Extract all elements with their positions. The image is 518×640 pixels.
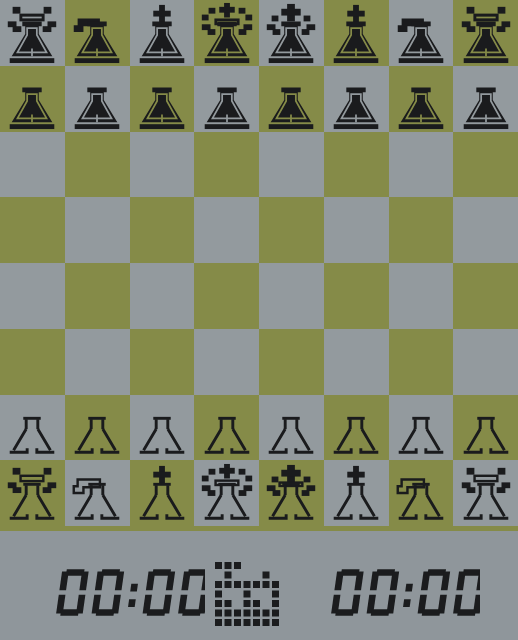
seven-segment-display [55, 567, 205, 618]
white-pawn-piece[interactable]: .f{fill:#1a1b1d;}.o{stroke:#1a1b1d;strok… [260, 397, 322, 459]
square-c7[interactable]: .f{fill:#1a1b1d;}.o{stroke:#1a1b1d;strok… [130, 66, 195, 132]
square-c2[interactable]: .f{fill:#1a1b1d;}.o{stroke:#1a1b1d;strok… [130, 395, 195, 461]
square-h7[interactable]: .f{fill:#1a1b1d;}.o{stroke:#1a1b1d;strok… [453, 66, 518, 132]
clock-panel [0, 531, 518, 640]
square-g3[interactable] [389, 329, 454, 395]
black-bishop-piece[interactable]: .f{fill:#1a1b1d;}.o{stroke:#1a1b1d;strok… [325, 2, 387, 64]
square-c4[interactable] [130, 263, 195, 329]
square-d8[interactable]: .f{fill:#1a1b1d;}.o{stroke:#1a1b1d;strok… [194, 0, 259, 66]
square-e2[interactable]: .f{fill:#1a1b1d;}.o{stroke:#1a1b1d;strok… [259, 395, 324, 461]
square-b3[interactable] [65, 329, 130, 395]
right-clock [330, 567, 480, 618]
black-knight-piece[interactable]: .f{fill:#1a1b1d;}.o{stroke:#1a1b1d;strok… [390, 2, 452, 64]
chess-board: .f{fill:#1a1b1d;}.o{stroke:#1a1b1d;strok… [0, 0, 518, 526]
square-f5[interactable] [324, 197, 389, 263]
square-g4[interactable] [389, 263, 454, 329]
square-e6[interactable] [259, 132, 324, 198]
white-pawn-piece[interactable]: .f{fill:#1a1b1d;}.o{stroke:#1a1b1d;strok… [131, 397, 193, 459]
square-a4[interactable] [0, 263, 65, 329]
square-b7[interactable]: .f{fill:#1a1b1d;}.o{stroke:#1a1b1d;strok… [65, 66, 130, 132]
square-c8[interactable]: .f{fill:#1a1b1d;}.o{stroke:#1a1b1d;strok… [130, 0, 195, 66]
square-d5[interactable] [194, 197, 259, 263]
white-pawn-piece[interactable]: .f{fill:#1a1b1d;}.o{stroke:#1a1b1d;strok… [66, 397, 128, 459]
square-h3[interactable] [453, 329, 518, 395]
black-pawn-piece[interactable]: .f{fill:#1a1b1d;}.o{stroke:#1a1b1d;strok… [455, 68, 517, 130]
black-pawn-piece[interactable]: .f{fill:#1a1b1d;}.o{stroke:#1a1b1d;strok… [260, 68, 322, 130]
white-pawn-piece[interactable]: .f{fill:#1a1b1d;}.o{stroke:#1a1b1d;strok… [455, 397, 517, 459]
square-e1[interactable]: .f{fill:#1a1b1d;}.o{stroke:#1a1b1d;strok… [259, 460, 324, 526]
square-c1[interactable]: .f{fill:#1a1b1d;}.o{stroke:#1a1b1d;strok… [130, 460, 195, 526]
square-f6[interactable] [324, 132, 389, 198]
black-pawn-piece[interactable]: .f{fill:#1a1b1d;}.o{stroke:#1a1b1d;strok… [1, 68, 63, 130]
square-a5[interactable] [0, 197, 65, 263]
square-e3[interactable] [259, 329, 324, 395]
square-h5[interactable] [453, 197, 518, 263]
white-bishop-piece[interactable]: .f{fill:#1a1b1d;}.o{stroke:#1a1b1d;strok… [131, 463, 193, 525]
square-g2[interactable]: .f{fill:#1a1b1d;}.o{stroke:#1a1b1d;strok… [389, 395, 454, 461]
square-a6[interactable] [0, 132, 65, 198]
white-pawn-piece[interactable]: .f{fill:#1a1b1d;}.o{stroke:#1a1b1d;strok… [196, 397, 258, 459]
square-g1[interactable]: .f{fill:#1a1b1d;}.o{stroke:#1a1b1d;strok… [389, 460, 454, 526]
black-knight-piece[interactable]: .f{fill:#1a1b1d;}.o{stroke:#1a1b1d;strok… [66, 2, 128, 64]
square-e7[interactable]: .f{fill:#1a1b1d;}.o{stroke:#1a1b1d;strok… [259, 66, 324, 132]
square-b2[interactable]: .f{fill:#1a1b1d;}.o{stroke:#1a1b1d;strok… [65, 395, 130, 461]
white-rook-piece[interactable]: .f{fill:#1a1b1d;}.o{stroke:#1a1b1d;strok… [455, 463, 517, 525]
black-pawn-piece[interactable]: .f{fill:#1a1b1d;}.o{stroke:#1a1b1d;strok… [131, 68, 193, 130]
square-d1[interactable]: .f{fill:#1a1b1d;}.o{stroke:#1a1b1d;strok… [194, 460, 259, 526]
white-pawn-piece[interactable]: .f{fill:#1a1b1d;}.o{stroke:#1a1b1d;strok… [325, 397, 387, 459]
white-knight-piece[interactable]: .f{fill:#1a1b1d;}.o{stroke:#1a1b1d;strok… [66, 463, 128, 525]
black-pawn-piece[interactable]: .f{fill:#1a1b1d;}.o{stroke:#1a1b1d;strok… [325, 68, 387, 130]
square-b8[interactable]: .f{fill:#1a1b1d;}.o{stroke:#1a1b1d;strok… [65, 0, 130, 66]
square-g7[interactable]: .f{fill:#1a1b1d;}.o{stroke:#1a1b1d;strok… [389, 66, 454, 132]
square-b1[interactable]: .f{fill:#1a1b1d;}.o{stroke:#1a1b1d;strok… [65, 460, 130, 526]
black-pawn-piece[interactable]: .f{fill:#1a1b1d;}.o{stroke:#1a1b1d;strok… [196, 68, 258, 130]
square-a7[interactable]: .f{fill:#1a1b1d;}.o{stroke:#1a1b1d;strok… [0, 66, 65, 132]
black-bishop-piece[interactable]: .f{fill:#1a1b1d;}.o{stroke:#1a1b1d;strok… [131, 2, 193, 64]
square-f3[interactable] [324, 329, 389, 395]
white-pawn-piece[interactable]: .f{fill:#1a1b1d;}.o{stroke:#1a1b1d;strok… [1, 397, 63, 459]
white-pawn-piece[interactable]: .f{fill:#1a1b1d;}.o{stroke:#1a1b1d;strok… [390, 397, 452, 459]
black-rook-piece[interactable]: .f{fill:#1a1b1d;}.o{stroke:#1a1b1d;strok… [1, 2, 63, 64]
square-g8[interactable]: .f{fill:#1a1b1d;}.o{stroke:#1a1b1d;strok… [389, 0, 454, 66]
white-bishop-piece[interactable]: .f{fill:#1a1b1d;}.o{stroke:#1a1b1d;strok… [325, 463, 387, 525]
square-f8[interactable]: .f{fill:#1a1b1d;}.o{stroke:#1a1b1d;strok… [324, 0, 389, 66]
left-clock [55, 567, 205, 618]
square-b5[interactable] [65, 197, 130, 263]
square-d4[interactable] [194, 263, 259, 329]
seven-segment-display [330, 567, 480, 618]
white-knight-piece[interactable]: .f{fill:#1a1b1d;}.o{stroke:#1a1b1d;strok… [390, 463, 452, 525]
square-h2[interactable]: .f{fill:#1a1b1d;}.o{stroke:#1a1b1d;strok… [453, 395, 518, 461]
square-h1[interactable]: .f{fill:#1a1b1d;}.o{stroke:#1a1b1d;strok… [453, 460, 518, 526]
black-pawn-piece[interactable]: .f{fill:#1a1b1d;}.o{stroke:#1a1b1d;strok… [66, 68, 128, 130]
square-d6[interactable] [194, 132, 259, 198]
square-d2[interactable]: .f{fill:#1a1b1d;}.o{stroke:#1a1b1d;strok… [194, 395, 259, 461]
square-h4[interactable] [453, 263, 518, 329]
square-c5[interactable] [130, 197, 195, 263]
square-f2[interactable]: .f{fill:#1a1b1d;}.o{stroke:#1a1b1d;strok… [324, 395, 389, 461]
square-b4[interactable] [65, 263, 130, 329]
black-pawn-piece[interactable]: .f{fill:#1a1b1d;}.o{stroke:#1a1b1d;strok… [390, 68, 452, 130]
square-g5[interactable] [389, 197, 454, 263]
black-king-piece[interactable]: .f{fill:#1a1b1d;}.o{stroke:#1a1b1d;strok… [260, 2, 322, 64]
square-c3[interactable] [130, 329, 195, 395]
square-f7[interactable]: .f{fill:#1a1b1d;}.o{stroke:#1a1b1d;strok… [324, 66, 389, 132]
square-h8[interactable]: .f{fill:#1a1b1d;}.o{stroke:#1a1b1d;strok… [453, 0, 518, 66]
square-c6[interactable] [130, 132, 195, 198]
white-king-piece[interactable]: .f{fill:#1a1b1d;}.o{stroke:#1a1b1d;strok… [260, 463, 322, 525]
square-g6[interactable] [389, 132, 454, 198]
square-e5[interactable] [259, 197, 324, 263]
square-e8[interactable]: .f{fill:#1a1b1d;}.o{stroke:#1a1b1d;strok… [259, 0, 324, 66]
square-h6[interactable] [453, 132, 518, 198]
square-a2[interactable]: .f{fill:#1a1b1d;}.o{stroke:#1a1b1d;strok… [0, 395, 65, 461]
square-a1[interactable]: .f{fill:#1a1b1d;}.o{stroke:#1a1b1d;strok… [0, 460, 65, 526]
square-d3[interactable] [194, 329, 259, 395]
black-queen-piece[interactable]: .f{fill:#1a1b1d;}.o{stroke:#1a1b1d;strok… [196, 2, 258, 64]
square-d7[interactable]: .f{fill:#1a1b1d;}.o{stroke:#1a1b1d;strok… [194, 66, 259, 132]
square-a3[interactable] [0, 329, 65, 395]
black-rook-piece[interactable]: .f{fill:#1a1b1d;}.o{stroke:#1a1b1d;strok… [455, 2, 517, 64]
square-a8[interactable]: .f{fill:#1a1b1d;}.o{stroke:#1a1b1d;strok… [0, 0, 65, 66]
square-f4[interactable] [324, 263, 389, 329]
square-f1[interactable]: .f{fill:#1a1b1d;}.o{stroke:#1a1b1d;strok… [324, 460, 389, 526]
dot-matrix-board-icon [215, 562, 281, 628]
square-e4[interactable] [259, 263, 324, 329]
white-queen-piece[interactable]: .f{fill:#1a1b1d;}.o{stroke:#1a1b1d;strok… [196, 463, 258, 525]
dot-matrix-board-glyph [215, 562, 281, 628]
white-rook-piece[interactable]: .f{fill:#1a1b1d;}.o{stroke:#1a1b1d;strok… [1, 463, 63, 525]
chess-app: .f{fill:#1a1b1d;}.o{stroke:#1a1b1d;strok… [0, 0, 518, 640]
square-b6[interactable] [65, 132, 130, 198]
